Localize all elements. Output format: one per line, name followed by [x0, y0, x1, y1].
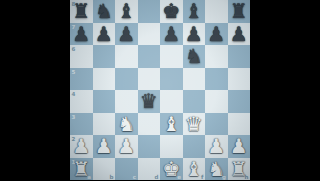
- square-b3[interactable]: [93, 113, 116, 136]
- square-h4[interactable]: [228, 90, 251, 113]
- file-label-e: e: [177, 174, 181, 180]
- square-e5[interactable]: [160, 68, 183, 91]
- square-c4[interactable]: [115, 90, 138, 113]
- square-h6[interactable]: [228, 45, 251, 68]
- black-knight-b8[interactable]: ♞: [95, 0, 113, 23]
- white-knight-c3[interactable]: ♞: [117, 113, 135, 136]
- square-a7[interactable]: 7♟: [70, 23, 93, 46]
- square-g3[interactable]: [205, 113, 228, 136]
- square-e2[interactable]: [160, 135, 183, 158]
- black-knight-f6[interactable]: ♞: [185, 45, 203, 68]
- file-label-c: c: [133, 174, 136, 180]
- square-e3[interactable]: ♝: [160, 113, 183, 136]
- square-g7[interactable]: ♟: [205, 23, 228, 46]
- white-pawn-c2[interactable]: ♟: [117, 135, 135, 158]
- square-e8[interactable]: ♚: [160, 0, 183, 23]
- square-d5[interactable]: [138, 68, 161, 91]
- rank-label-7: 7: [72, 24, 76, 30]
- white-bishop-f1[interactable]: ♝: [185, 158, 203, 181]
- black-bishop-f8[interactable]: ♝: [185, 0, 203, 23]
- square-g5[interactable]: [205, 68, 228, 91]
- square-d4[interactable]: ♛: [138, 90, 161, 113]
- black-queen-d4[interactable]: ♛: [140, 90, 158, 113]
- square-f6[interactable]: ♞: [183, 45, 206, 68]
- square-c5[interactable]: [115, 68, 138, 91]
- white-bishop-e3[interactable]: ♝: [162, 113, 180, 136]
- square-h7[interactable]: ♟: [228, 23, 251, 46]
- square-b6[interactable]: [93, 45, 116, 68]
- square-e1[interactable]: e♚: [160, 158, 183, 181]
- square-g4[interactable]: [205, 90, 228, 113]
- rank-label-5: 5: [72, 69, 76, 75]
- file-label-d: d: [155, 174, 159, 180]
- square-c7[interactable]: ♟: [115, 23, 138, 46]
- square-d3[interactable]: [138, 113, 161, 136]
- square-d1[interactable]: d: [138, 158, 161, 181]
- square-a5[interactable]: 5: [70, 68, 93, 91]
- square-a4[interactable]: 4: [70, 90, 93, 113]
- square-f7[interactable]: ♟: [183, 23, 206, 46]
- square-c6[interactable]: [115, 45, 138, 68]
- square-b1[interactable]: b: [93, 158, 116, 181]
- square-e4[interactable]: [160, 90, 183, 113]
- rank-label-8: 8: [72, 1, 76, 7]
- square-b8[interactable]: ♞: [93, 0, 116, 23]
- square-a8[interactable]: 8♜: [70, 0, 93, 23]
- square-c8[interactable]: ♝: [115, 0, 138, 23]
- white-queen-f3[interactable]: ♛: [185, 113, 203, 136]
- square-a6[interactable]: 6: [70, 45, 93, 68]
- file-label-g: g: [222, 174, 226, 180]
- square-h1[interactable]: h♜: [228, 158, 251, 181]
- black-pawn-f7[interactable]: ♟: [185, 23, 203, 46]
- square-g8[interactable]: [205, 0, 228, 23]
- white-pawn-b2[interactable]: ♟: [95, 135, 113, 158]
- square-g1[interactable]: g♞: [205, 158, 228, 181]
- black-pawn-c7[interactable]: ♟: [117, 23, 135, 46]
- square-f4[interactable]: [183, 90, 206, 113]
- rank-label-3: 3: [72, 114, 76, 120]
- square-f1[interactable]: f♝: [183, 158, 206, 181]
- square-b2[interactable]: ♟: [93, 135, 116, 158]
- square-g6[interactable]: [205, 45, 228, 68]
- square-b5[interactable]: [93, 68, 116, 91]
- square-f8[interactable]: ♝: [183, 0, 206, 23]
- letterbox-left-bar: [0, 0, 70, 180]
- square-a3[interactable]: 3: [70, 113, 93, 136]
- square-e7[interactable]: ♟: [160, 23, 183, 46]
- black-king-e8[interactable]: ♚: [162, 0, 180, 23]
- white-pawn-h2[interactable]: ♟: [230, 135, 248, 158]
- file-label-h: h: [245, 174, 249, 180]
- square-c3[interactable]: ♞: [115, 113, 138, 136]
- black-pawn-g7[interactable]: ♟: [207, 23, 225, 46]
- square-d6[interactable]: [138, 45, 161, 68]
- square-d7[interactable]: [138, 23, 161, 46]
- rank-label-4: 4: [72, 91, 76, 97]
- square-f2[interactable]: [183, 135, 206, 158]
- file-label-f: f: [201, 174, 203, 180]
- black-pawn-b7[interactable]: ♟: [95, 23, 113, 46]
- square-f3[interactable]: ♛: [183, 113, 206, 136]
- square-e6[interactable]: [160, 45, 183, 68]
- square-c1[interactable]: c: [115, 158, 138, 181]
- black-pawn-h7[interactable]: ♟: [230, 23, 248, 46]
- letterbox-right-bar: [250, 0, 320, 180]
- square-a2[interactable]: 2♟: [70, 135, 93, 158]
- black-rook-h8[interactable]: ♜: [230, 0, 248, 23]
- square-h2[interactable]: ♟: [228, 135, 251, 158]
- rank-label-6: 6: [72, 46, 76, 52]
- square-h5[interactable]: [228, 68, 251, 91]
- chess-board: 8♜♞♝♚♝♜7♟♟♟♟♟♟♟6♞54♛3♞♝♛2♟♟♟♟♟1a♜bcde♚f♝…: [70, 0, 250, 180]
- square-a1[interactable]: 1a♜: [70, 158, 93, 181]
- white-pawn-g2[interactable]: ♟: [207, 135, 225, 158]
- square-b4[interactable]: [93, 90, 116, 113]
- rank-label-2: 2: [72, 136, 76, 142]
- rank-label-1: 1: [72, 159, 76, 165]
- square-b7[interactable]: ♟: [93, 23, 116, 46]
- square-g2[interactable]: ♟: [205, 135, 228, 158]
- square-d2[interactable]: [138, 135, 161, 158]
- square-h8[interactable]: ♜: [228, 0, 251, 23]
- file-label-a: a: [87, 174, 91, 180]
- square-c2[interactable]: ♟: [115, 135, 138, 158]
- black-pawn-e7[interactable]: ♟: [162, 23, 180, 46]
- black-bishop-c8[interactable]: ♝: [117, 0, 135, 23]
- square-f5[interactable]: [183, 68, 206, 91]
- square-h3[interactable]: [228, 113, 251, 136]
- square-d8[interactable]: [138, 0, 161, 23]
- file-label-b: b: [110, 174, 114, 180]
